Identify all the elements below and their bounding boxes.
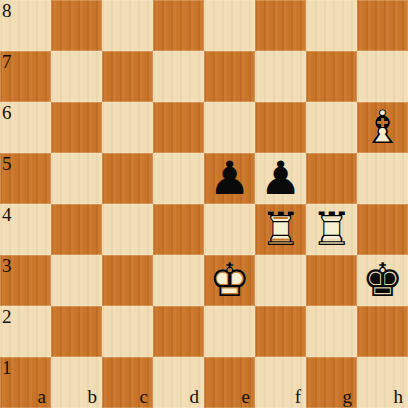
square-d1[interactable]: d [153, 357, 204, 408]
square-g6[interactable] [306, 102, 357, 153]
square-b7[interactable] [51, 51, 102, 102]
square-f8[interactable] [255, 0, 306, 51]
square-c2[interactable] [102, 306, 153, 357]
square-h5[interactable] [357, 153, 408, 204]
square-g1[interactable]: g [306, 357, 357, 408]
file-label-c: c [140, 387, 148, 406]
square-d4[interactable] [153, 204, 204, 255]
square-c1[interactable]: c [102, 357, 153, 408]
square-c3[interactable] [102, 255, 153, 306]
white-bishop-outline-glyph: ♗ [357, 102, 408, 153]
rank-label-7: 7 [2, 52, 12, 71]
square-g2[interactable] [306, 306, 357, 357]
square-c5[interactable] [102, 153, 153, 204]
square-f1[interactable]: f [255, 357, 306, 408]
file-label-d: d [190, 387, 200, 406]
square-b4[interactable] [51, 204, 102, 255]
square-b3[interactable] [51, 255, 102, 306]
square-a2[interactable]: 2 [0, 306, 51, 357]
rank-label-3: 3 [2, 256, 12, 275]
square-b6[interactable] [51, 102, 102, 153]
square-e8[interactable] [204, 0, 255, 51]
square-f4[interactable]: ♜♖ [255, 204, 306, 255]
square-f7[interactable] [255, 51, 306, 102]
square-h7[interactable] [357, 51, 408, 102]
piece-white-rook[interactable]: ♜♖ [306, 204, 357, 255]
square-f3[interactable] [255, 255, 306, 306]
square-a1[interactable]: 1a [0, 357, 51, 408]
square-h3[interactable]: ♚ [357, 255, 408, 306]
square-e2[interactable] [204, 306, 255, 357]
square-h2[interactable] [357, 306, 408, 357]
rank-label-4: 4 [2, 205, 12, 224]
file-label-e: e [242, 387, 250, 406]
square-c6[interactable] [102, 102, 153, 153]
black-pawn-fill-glyph: ♟ [204, 153, 255, 204]
file-label-a: a [38, 387, 46, 406]
rank-label-6: 6 [2, 103, 12, 122]
square-a8[interactable]: 8 [0, 0, 51, 51]
square-c7[interactable] [102, 51, 153, 102]
file-label-g: g [343, 387, 353, 406]
square-b2[interactable] [51, 306, 102, 357]
piece-white-rook[interactable]: ♜♖ [255, 204, 306, 255]
square-a4[interactable]: 4 [0, 204, 51, 255]
square-h6[interactable]: ♝♗ [357, 102, 408, 153]
square-g7[interactable] [306, 51, 357, 102]
rank-label-1: 1 [2, 358, 12, 377]
square-g8[interactable] [306, 0, 357, 51]
square-b1[interactable]: b [51, 357, 102, 408]
rank-label-8: 8 [2, 1, 12, 20]
square-b5[interactable] [51, 153, 102, 204]
file-label-b: b [88, 387, 98, 406]
square-e6[interactable] [204, 102, 255, 153]
black-pawn-fill-glyph: ♟ [255, 153, 306, 204]
square-c4[interactable] [102, 204, 153, 255]
rank-label-5: 5 [2, 154, 12, 173]
square-e5[interactable]: ♟ [204, 153, 255, 204]
white-king-outline-glyph: ♔ [204, 255, 255, 306]
square-a7[interactable]: 7 [0, 51, 51, 102]
square-f2[interactable] [255, 306, 306, 357]
square-d2[interactable] [153, 306, 204, 357]
square-g5[interactable] [306, 153, 357, 204]
square-d3[interactable] [153, 255, 204, 306]
square-d8[interactable] [153, 0, 204, 51]
square-f6[interactable] [255, 102, 306, 153]
square-d7[interactable] [153, 51, 204, 102]
square-f5[interactable]: ♟ [255, 153, 306, 204]
white-rook-outline-glyph: ♖ [306, 204, 357, 255]
piece-white-bishop[interactable]: ♝♗ [357, 102, 408, 153]
square-d6[interactable] [153, 102, 204, 153]
square-h1[interactable]: h [357, 357, 408, 408]
piece-black-king[interactable]: ♚ [357, 255, 408, 306]
piece-black-pawn[interactable]: ♟ [204, 153, 255, 204]
square-h4[interactable] [357, 204, 408, 255]
square-a3[interactable]: 3 [0, 255, 51, 306]
file-label-f: f [295, 387, 301, 406]
square-e4[interactable] [204, 204, 255, 255]
chess-board: 876♝♗5♟♟4♜♖♜♖3♚♔♚21abcdefgh [0, 0, 408, 408]
square-g3[interactable] [306, 255, 357, 306]
square-h8[interactable] [357, 0, 408, 51]
piece-white-king[interactable]: ♚♔ [204, 255, 255, 306]
square-c8[interactable] [102, 0, 153, 51]
square-a6[interactable]: 6 [0, 102, 51, 153]
square-e7[interactable] [204, 51, 255, 102]
square-a5[interactable]: 5 [0, 153, 51, 204]
square-d5[interactable] [153, 153, 204, 204]
square-e1[interactable]: e [204, 357, 255, 408]
black-king-fill-glyph: ♚ [357, 255, 408, 306]
rank-label-2: 2 [2, 307, 12, 326]
square-g4[interactable]: ♜♖ [306, 204, 357, 255]
file-label-h: h [394, 387, 404, 406]
white-rook-outline-glyph: ♖ [255, 204, 306, 255]
square-b8[interactable] [51, 0, 102, 51]
square-e3[interactable]: ♚♔ [204, 255, 255, 306]
piece-black-pawn[interactable]: ♟ [255, 153, 306, 204]
